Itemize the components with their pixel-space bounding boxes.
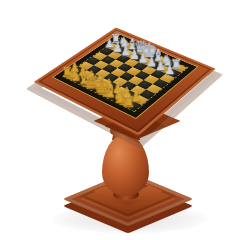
silver-pawn[interactable]: ♟ xyxy=(157,64,182,76)
gold-rook[interactable]: ♜ xyxy=(115,95,142,109)
square-h8[interactable]: ♜ xyxy=(125,101,142,111)
chess-table-photo: ♜♞♝♛♚♝♞♜♟♟♟♟♟♟♟♟♟♟♟♟♟♟♟♟♜♞♝♛♚♝♞♜ xyxy=(0,0,240,240)
scene: ♜♞♝♛♚♝♞♜♟♟♟♟♟♟♟♟♟♟♟♟♟♟♟♟♜♞♝♛♚♝♞♜ xyxy=(0,0,240,240)
